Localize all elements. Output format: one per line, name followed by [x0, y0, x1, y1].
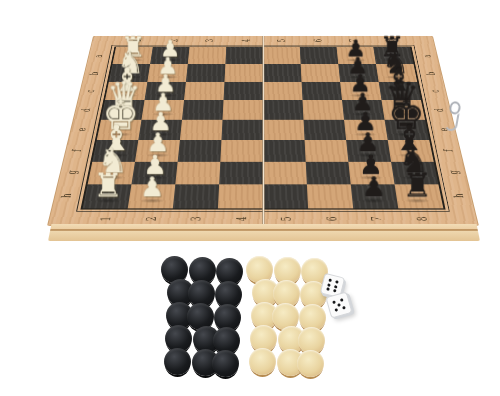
square-g5: [263, 162, 307, 185]
square-e6: [304, 120, 347, 140]
file-label-left-f: f: [55, 144, 99, 156]
file-label-right-c: c: [415, 86, 456, 96]
file-label-right-a: a: [408, 51, 447, 61]
square-f8: [388, 140, 434, 162]
die-pip: [337, 303, 341, 307]
square-d6: [303, 100, 345, 119]
square-b4: [224, 64, 263, 82]
square-f4: [220, 140, 263, 162]
board-scene: 12345678 12345678 abcdefgh abcdefgh ♜♞♝♛…: [47, 36, 479, 226]
square-h5: [263, 184, 308, 208]
square-b7: [338, 64, 378, 82]
rank-label-top-5: 5: [271, 33, 292, 49]
square-f7: [346, 140, 391, 162]
square-d5: [263, 100, 304, 119]
square-d2: [141, 100, 184, 119]
square-b8: [376, 64, 417, 82]
square-c5: [263, 82, 303, 101]
die-pip: [334, 285, 338, 289]
file-label-right-b: b: [411, 68, 451, 78]
die-2-value-5: [325, 291, 352, 318]
die-pip: [327, 283, 331, 287]
square-a6: [300, 47, 339, 64]
rank-label-top-7: 7: [342, 33, 365, 49]
checker-group-wood: [249, 257, 326, 372]
file-label-left-g: g: [49, 166, 95, 179]
square-g2: [131, 162, 177, 185]
square-f3: [178, 140, 222, 162]
rank-label-top-2: 2: [162, 33, 185, 49]
rank-label-top-1: 1: [125, 33, 148, 49]
square-d8: [382, 100, 426, 119]
square-e2: [138, 120, 182, 140]
square-c6: [302, 82, 342, 101]
square-b2: [147, 64, 187, 82]
file-label-left-d: d: [65, 104, 107, 115]
die-pip: [329, 278, 333, 282]
file-label-left-b: b: [75, 68, 115, 78]
square-a2: [150, 47, 189, 64]
square-c4: [223, 82, 263, 101]
square-h3: [173, 184, 219, 208]
fold-seam: [262, 36, 265, 226]
square-g4: [219, 162, 263, 185]
square-e1: [97, 120, 142, 140]
square-d7: [342, 100, 385, 119]
chess-board: 12345678 12345678 abcdefgh abcdefgh ♜♞♝♛…: [47, 36, 479, 226]
square-f2: [135, 140, 180, 162]
rank-label-top-6: 6: [306, 33, 328, 49]
die-pip: [343, 306, 347, 310]
square-a5: [263, 47, 301, 64]
square-d1: [101, 100, 145, 119]
die-pip: [340, 298, 344, 302]
square-b6: [301, 64, 340, 82]
square-c7: [340, 82, 381, 101]
square-f1: [92, 140, 138, 162]
square-h4: [218, 184, 263, 208]
checker-wood: [297, 350, 324, 377]
checker-black: [212, 350, 239, 377]
square-c2: [144, 82, 185, 101]
square-e5: [263, 120, 305, 140]
file-label-left-e: e: [60, 124, 103, 136]
checker-black: [164, 348, 191, 375]
square-e4: [221, 120, 263, 140]
die-pip: [333, 289, 337, 293]
rank-label-top-3: 3: [198, 33, 220, 49]
square-a7: [337, 47, 376, 64]
square-b3: [186, 64, 225, 82]
rank-label-top-8: 8: [377, 33, 400, 49]
file-label-left-a: a: [79, 51, 118, 61]
product-photo: 12345678 12345678 abcdefgh abcdefgh ♜♞♝♛…: [0, 0, 500, 396]
square-h7: [351, 184, 399, 208]
die-pip: [335, 280, 339, 284]
checker-group-black: [164, 257, 241, 372]
die-pip: [326, 288, 330, 292]
square-b5: [263, 64, 302, 82]
square-h2: [128, 184, 176, 208]
square-c8: [379, 82, 421, 101]
square-e8: [385, 120, 430, 140]
square-a3: [188, 47, 227, 64]
square-a8: [373, 47, 413, 64]
file-label-right-g: g: [431, 166, 477, 179]
square-d4: [222, 100, 263, 119]
square-g6: [306, 162, 351, 185]
square-b1: [109, 64, 150, 82]
checker-wood: [249, 348, 276, 375]
file-label-left-h: h: [43, 189, 90, 203]
square-f5: [263, 140, 306, 162]
square-e7: [344, 120, 388, 140]
file-label-left-c: c: [70, 86, 111, 96]
square-c1: [105, 82, 147, 101]
square-h6: [307, 184, 353, 208]
square-g7: [348, 162, 394, 185]
square-a4: [225, 47, 263, 64]
die-pip: [332, 300, 336, 304]
square-a1: [112, 47, 152, 64]
file-label-right-f: f: [427, 144, 471, 156]
die-pip: [334, 309, 338, 313]
square-c3: [184, 82, 224, 101]
rank-label-top-4: 4: [234, 33, 255, 49]
file-label-right-h: h: [436, 189, 483, 203]
square-f6: [305, 140, 349, 162]
square-g3: [175, 162, 220, 185]
square-e3: [180, 120, 223, 140]
box-front-edge: [48, 224, 480, 241]
square-d3: [182, 100, 224, 119]
